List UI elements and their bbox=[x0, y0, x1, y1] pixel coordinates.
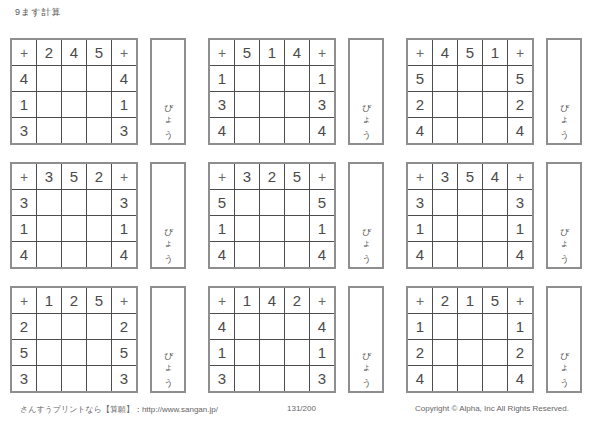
timer-box: びょう bbox=[348, 162, 384, 269]
given-number-cell: 5 bbox=[235, 40, 259, 65]
operator-cell: + bbox=[112, 288, 136, 313]
answer-cell bbox=[87, 366, 111, 391]
answer-cell bbox=[433, 66, 457, 91]
answer-cell bbox=[458, 242, 482, 267]
given-number-cell: 5 bbox=[87, 288, 111, 313]
puzzle-block: +354+331144 びょう bbox=[406, 162, 582, 269]
timer-box: びょう bbox=[150, 38, 186, 145]
answer-cell bbox=[37, 366, 61, 391]
answer-cell bbox=[260, 216, 284, 241]
puzzle-grid: +325+551144 bbox=[208, 162, 336, 269]
answer-cell bbox=[483, 92, 507, 117]
footer-copyright: Copyright © Alpha, Inc All Rights Reserv… bbox=[415, 404, 569, 413]
answer-cell bbox=[235, 314, 259, 339]
answer-cell bbox=[235, 118, 259, 143]
given-number-cell: 5 bbox=[310, 190, 334, 215]
given-number-cell: 5 bbox=[87, 40, 111, 65]
answer-cell bbox=[285, 314, 309, 339]
given-number-cell: 3 bbox=[508, 190, 532, 215]
given-number-cell: 2 bbox=[62, 288, 86, 313]
given-number-cell: 4 bbox=[112, 242, 136, 267]
timer-label: びょう bbox=[560, 345, 569, 385]
answer-cell bbox=[260, 92, 284, 117]
given-number-cell: 1 bbox=[408, 314, 432, 339]
given-number-cell: 1 bbox=[508, 314, 532, 339]
puzzle-grid: +514+113344 bbox=[208, 38, 336, 145]
given-number-cell: 1 bbox=[235, 288, 259, 313]
puzzle-grid: +142+441133 bbox=[208, 286, 336, 393]
given-number-cell: 1 bbox=[37, 288, 61, 313]
given-number-cell: 5 bbox=[458, 40, 482, 65]
given-number-cell: 4 bbox=[310, 242, 334, 267]
given-number-cell: 2 bbox=[508, 340, 532, 365]
timer-label: びょう bbox=[164, 345, 173, 385]
given-number-cell: 5 bbox=[112, 340, 136, 365]
given-number-cell: 3 bbox=[37, 164, 61, 189]
operator-cell: + bbox=[210, 40, 234, 65]
answer-cell bbox=[87, 190, 111, 215]
given-number-cell: 1 bbox=[112, 92, 136, 117]
timer-label: びょう bbox=[560, 221, 569, 261]
answer-cell bbox=[235, 66, 259, 91]
puzzle-row: +245+441133 びょう +514+113344 びょう +451+552… bbox=[10, 38, 582, 145]
puzzle-area: +245+441133 びょう +514+113344 びょう +451+552… bbox=[10, 38, 582, 410]
given-number-cell: 1 bbox=[310, 66, 334, 91]
given-number-cell: 4 bbox=[408, 366, 432, 391]
puzzle-block: +325+551144 びょう bbox=[208, 162, 384, 269]
operator-cell: + bbox=[210, 288, 234, 313]
puzzle-block: +352+331144 びょう bbox=[10, 162, 186, 269]
timer-box: びょう bbox=[546, 162, 582, 269]
operator-cell: + bbox=[12, 288, 36, 313]
answer-cell bbox=[37, 314, 61, 339]
puzzle-grid: +451+552244 bbox=[406, 38, 534, 145]
operator-cell: + bbox=[310, 164, 334, 189]
answer-cell bbox=[235, 340, 259, 365]
given-number-cell: 2 bbox=[12, 314, 36, 339]
operator-cell: + bbox=[210, 164, 234, 189]
footer: さんすうプリントなら【算願】：http://www.sangan.jp/ 131… bbox=[0, 404, 600, 416]
given-number-cell: 5 bbox=[408, 66, 432, 91]
given-number-cell: 4 bbox=[210, 314, 234, 339]
timer-label: びょう bbox=[164, 221, 173, 261]
given-number-cell: 3 bbox=[12, 190, 36, 215]
answer-cell bbox=[62, 118, 86, 143]
given-number-cell: 5 bbox=[62, 164, 86, 189]
answer-cell bbox=[37, 118, 61, 143]
answer-cell bbox=[458, 366, 482, 391]
answer-cell bbox=[483, 118, 507, 143]
answer-cell bbox=[285, 118, 309, 143]
answer-cell bbox=[433, 340, 457, 365]
answer-cell bbox=[433, 118, 457, 143]
answer-cell bbox=[285, 366, 309, 391]
answer-cell bbox=[62, 314, 86, 339]
answer-cell bbox=[37, 340, 61, 365]
operator-cell: + bbox=[508, 288, 532, 313]
given-number-cell: 1 bbox=[408, 216, 432, 241]
given-number-cell: 1 bbox=[310, 340, 334, 365]
given-number-cell: 5 bbox=[12, 340, 36, 365]
given-number-cell: 2 bbox=[285, 288, 309, 313]
answer-cell bbox=[235, 216, 259, 241]
given-number-cell: 1 bbox=[458, 288, 482, 313]
given-number-cell: 3 bbox=[235, 164, 259, 189]
answer-cell bbox=[260, 340, 284, 365]
answer-cell bbox=[285, 92, 309, 117]
given-number-cell: 4 bbox=[210, 242, 234, 267]
puzzle-row: +125+225533 びょう +142+441133 びょう +215+112… bbox=[10, 286, 582, 393]
answer-cell bbox=[483, 340, 507, 365]
given-number-cell: 4 bbox=[210, 118, 234, 143]
puzzle-block: +451+552244 びょう bbox=[406, 38, 582, 145]
answer-cell bbox=[235, 190, 259, 215]
given-number-cell: 2 bbox=[433, 288, 457, 313]
answer-cell bbox=[87, 340, 111, 365]
given-number-cell: 1 bbox=[112, 216, 136, 241]
answer-cell bbox=[37, 92, 61, 117]
answer-cell bbox=[37, 66, 61, 91]
given-number-cell: 1 bbox=[210, 66, 234, 91]
given-number-cell: 3 bbox=[408, 190, 432, 215]
given-number-cell: 3 bbox=[12, 118, 36, 143]
answer-cell bbox=[483, 314, 507, 339]
answer-cell bbox=[285, 66, 309, 91]
given-number-cell: 1 bbox=[483, 40, 507, 65]
answer-cell bbox=[62, 66, 86, 91]
answer-cell bbox=[87, 242, 111, 267]
answer-cell bbox=[62, 242, 86, 267]
answer-cell bbox=[285, 216, 309, 241]
timer-label: びょう bbox=[560, 97, 569, 137]
puzzle-grid: +125+225533 bbox=[10, 286, 138, 393]
operator-cell: + bbox=[508, 40, 532, 65]
given-number-cell: 5 bbox=[508, 66, 532, 91]
answer-cell bbox=[483, 366, 507, 391]
answer-cell bbox=[87, 216, 111, 241]
answer-cell bbox=[433, 216, 457, 241]
timer-box: びょう bbox=[546, 286, 582, 393]
given-number-cell: 1 bbox=[310, 216, 334, 241]
given-number-cell: 5 bbox=[210, 190, 234, 215]
operator-cell: + bbox=[408, 164, 432, 189]
operator-cell: + bbox=[310, 288, 334, 313]
answer-cell bbox=[285, 242, 309, 267]
footer-page-number: 131/200 bbox=[287, 404, 316, 413]
answer-cell bbox=[235, 92, 259, 117]
given-number-cell: 4 bbox=[408, 118, 432, 143]
operator-cell: + bbox=[508, 164, 532, 189]
operator-cell: + bbox=[112, 164, 136, 189]
given-number-cell: 3 bbox=[433, 164, 457, 189]
answer-cell bbox=[458, 190, 482, 215]
given-number-cell: 4 bbox=[12, 242, 36, 267]
puzzle-grid: +215+112244 bbox=[406, 286, 534, 393]
puzzle-block: +142+441133 びょう bbox=[208, 286, 384, 393]
answer-cell bbox=[37, 242, 61, 267]
timer-label: びょう bbox=[362, 97, 371, 137]
answer-cell bbox=[87, 92, 111, 117]
given-number-cell: 2 bbox=[37, 40, 61, 65]
answer-cell bbox=[483, 242, 507, 267]
operator-cell: + bbox=[12, 164, 36, 189]
given-number-cell: 2 bbox=[408, 340, 432, 365]
given-number-cell: 4 bbox=[260, 288, 284, 313]
given-number-cell: 3 bbox=[310, 366, 334, 391]
answer-cell bbox=[483, 66, 507, 91]
timer-label: びょう bbox=[362, 221, 371, 261]
given-number-cell: 4 bbox=[310, 118, 334, 143]
given-number-cell: 5 bbox=[285, 164, 309, 189]
puzzle-grid: +245+441133 bbox=[10, 38, 138, 145]
answer-cell bbox=[458, 340, 482, 365]
answer-cell bbox=[62, 190, 86, 215]
answer-cell bbox=[483, 190, 507, 215]
given-number-cell: 4 bbox=[12, 66, 36, 91]
given-number-cell: 1 bbox=[508, 216, 532, 241]
answer-cell bbox=[433, 366, 457, 391]
given-number-cell: 3 bbox=[112, 118, 136, 143]
answer-cell bbox=[260, 66, 284, 91]
operator-cell: + bbox=[408, 40, 432, 65]
answer-cell bbox=[62, 340, 86, 365]
operator-cell: + bbox=[12, 40, 36, 65]
answer-cell bbox=[458, 66, 482, 91]
timer-box: びょう bbox=[348, 38, 384, 145]
answer-cell bbox=[37, 216, 61, 241]
given-number-cell: 4 bbox=[112, 66, 136, 91]
puzzle-block: +215+112244 びょう bbox=[406, 286, 582, 393]
answer-cell bbox=[458, 118, 482, 143]
answer-cell bbox=[62, 92, 86, 117]
given-number-cell: 4 bbox=[508, 366, 532, 391]
answer-cell bbox=[87, 118, 111, 143]
answer-cell bbox=[235, 242, 259, 267]
given-number-cell: 3 bbox=[12, 366, 36, 391]
operator-cell: + bbox=[310, 40, 334, 65]
given-number-cell: 2 bbox=[112, 314, 136, 339]
answer-cell bbox=[285, 340, 309, 365]
given-number-cell: 1 bbox=[260, 40, 284, 65]
given-number-cell: 4 bbox=[433, 40, 457, 65]
answer-cell bbox=[260, 190, 284, 215]
answer-cell bbox=[260, 366, 284, 391]
given-number-cell: 4 bbox=[310, 314, 334, 339]
given-number-cell: 1 bbox=[210, 216, 234, 241]
answer-cell bbox=[458, 92, 482, 117]
given-number-cell: 2 bbox=[260, 164, 284, 189]
answer-cell bbox=[433, 92, 457, 117]
puzzle-block: +125+225533 びょう bbox=[10, 286, 186, 393]
given-number-cell: 3 bbox=[310, 92, 334, 117]
answer-cell bbox=[433, 190, 457, 215]
timer-box: びょう bbox=[150, 162, 186, 269]
given-number-cell: 3 bbox=[210, 366, 234, 391]
answer-cell bbox=[260, 118, 284, 143]
given-number-cell: 4 bbox=[285, 40, 309, 65]
page-title: 9ます計算 bbox=[15, 6, 61, 19]
timer-box: びょう bbox=[150, 286, 186, 393]
operator-cell: + bbox=[112, 40, 136, 65]
given-number-cell: 1 bbox=[210, 340, 234, 365]
given-number-cell: 3 bbox=[112, 190, 136, 215]
given-number-cell: 5 bbox=[483, 288, 507, 313]
given-number-cell: 1 bbox=[12, 216, 36, 241]
given-number-cell: 2 bbox=[508, 92, 532, 117]
answer-cell bbox=[260, 242, 284, 267]
timer-box: びょう bbox=[546, 38, 582, 145]
given-number-cell: 4 bbox=[508, 118, 532, 143]
puzzle-grid: +352+331144 bbox=[10, 162, 138, 269]
answer-cell bbox=[87, 66, 111, 91]
given-number-cell: 1 bbox=[12, 92, 36, 117]
timer-box: びょう bbox=[348, 286, 384, 393]
given-number-cell: 5 bbox=[458, 164, 482, 189]
operator-cell: + bbox=[408, 288, 432, 313]
answer-cell bbox=[87, 314, 111, 339]
given-number-cell: 4 bbox=[408, 242, 432, 267]
given-number-cell: 2 bbox=[408, 92, 432, 117]
answer-cell bbox=[458, 216, 482, 241]
answer-cell bbox=[433, 242, 457, 267]
answer-cell bbox=[235, 366, 259, 391]
answer-cell bbox=[62, 366, 86, 391]
puzzle-grid: +354+331144 bbox=[406, 162, 534, 269]
given-number-cell: 3 bbox=[210, 92, 234, 117]
given-number-cell: 4 bbox=[483, 164, 507, 189]
answer-cell bbox=[62, 216, 86, 241]
given-number-cell: 4 bbox=[62, 40, 86, 65]
timer-label: びょう bbox=[164, 97, 173, 137]
given-number-cell: 3 bbox=[112, 366, 136, 391]
puzzle-row: +352+331144 びょう +325+551144 びょう +354+331… bbox=[10, 162, 582, 269]
answer-cell bbox=[433, 314, 457, 339]
answer-cell bbox=[285, 190, 309, 215]
answer-cell bbox=[458, 314, 482, 339]
given-number-cell: 4 bbox=[508, 242, 532, 267]
footer-site-text: さんすうプリントなら【算願】：http://www.sangan.jp/ bbox=[20, 404, 218, 415]
timer-label: びょう bbox=[362, 345, 371, 385]
puzzle-block: +245+441133 びょう bbox=[10, 38, 186, 145]
answer-cell bbox=[483, 216, 507, 241]
given-number-cell: 2 bbox=[87, 164, 111, 189]
answer-cell bbox=[260, 314, 284, 339]
answer-cell bbox=[37, 190, 61, 215]
puzzle-block: +514+113344 びょう bbox=[208, 38, 384, 145]
